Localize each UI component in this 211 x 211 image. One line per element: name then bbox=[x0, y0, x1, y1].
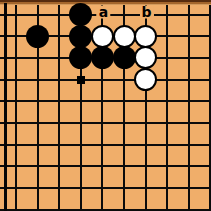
white-stone bbox=[134, 25, 157, 48]
black-stone bbox=[69, 46, 92, 69]
black-stone bbox=[69, 3, 92, 26]
black-stone bbox=[26, 25, 49, 48]
grid-hline bbox=[0, 122, 211, 124]
white-stone bbox=[134, 68, 157, 91]
grid-vline bbox=[166, 5, 168, 211]
black-stone bbox=[91, 46, 114, 69]
grid-vline bbox=[188, 5, 190, 211]
grid-hline bbox=[0, 144, 211, 146]
black-stone bbox=[113, 46, 136, 69]
grid-vline bbox=[209, 5, 211, 211]
grid-hline bbox=[0, 100, 211, 102]
white-stone bbox=[91, 25, 114, 48]
grid-hline bbox=[0, 187, 211, 189]
black-stone bbox=[69, 25, 92, 48]
point-label-b: b bbox=[140, 5, 154, 18]
grid-hline bbox=[0, 165, 211, 167]
grid-vline bbox=[58, 5, 60, 211]
star-point bbox=[77, 76, 85, 84]
go-board-diagram: ab bbox=[0, 0, 211, 211]
grid-hline bbox=[0, 79, 211, 81]
white-stone bbox=[113, 25, 136, 48]
board-left-edge bbox=[4, 3, 7, 211]
point-label-a: a bbox=[97, 5, 110, 18]
white-stone bbox=[134, 46, 157, 69]
grid-hline bbox=[0, 209, 211, 211]
grid-vline bbox=[15, 5, 17, 211]
